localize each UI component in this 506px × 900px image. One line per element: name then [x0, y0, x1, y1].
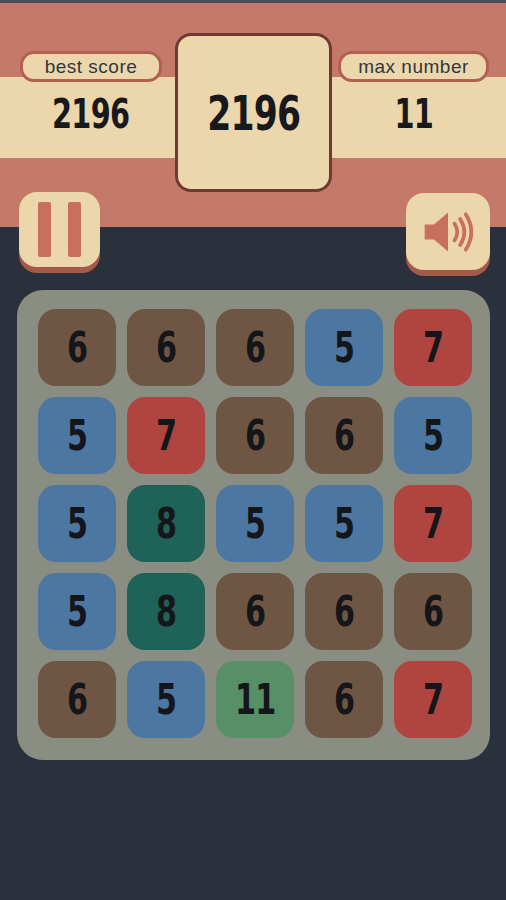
board-grid: 66657576655855758666651167	[38, 309, 472, 738]
tile-r4c4[interactable]: 6	[305, 573, 383, 650]
tile-value: 5	[67, 587, 87, 636]
max-number-value: 11	[387, 94, 441, 134]
tile-value: 6	[334, 411, 354, 460]
tile-value: 7	[423, 323, 443, 372]
sound-button[interactable]	[406, 193, 490, 270]
tile-value: 6	[334, 675, 354, 724]
board: 66657576655855758666651167	[17, 290, 490, 760]
tile-value: 6	[67, 675, 87, 724]
tile-r4c1[interactable]: 5	[38, 573, 116, 650]
tile-r4c3[interactable]: 6	[216, 573, 294, 650]
tile-r2c4[interactable]: 6	[305, 397, 383, 474]
tile-r1c2[interactable]: 6	[127, 309, 205, 386]
tile-value: 7	[423, 675, 443, 724]
tile-value: 5	[156, 675, 176, 724]
tile-r5c4[interactable]: 6	[305, 661, 383, 738]
tile-r2c5[interactable]: 5	[394, 397, 472, 474]
tile-r3c2[interactable]: 8	[127, 485, 205, 562]
tile-r5c5[interactable]: 7	[394, 661, 472, 738]
tile-value: 5	[334, 499, 354, 548]
current-score-card: 2196	[175, 33, 332, 192]
pause-icon	[38, 202, 81, 257]
max-number-block: max number 11	[338, 51, 489, 134]
tile-value: 6	[156, 323, 176, 372]
tile-value: 6	[334, 587, 354, 636]
tile-value: 7	[423, 499, 443, 548]
tile-r3c3[interactable]: 5	[216, 485, 294, 562]
tile-r4c5[interactable]: 6	[394, 573, 472, 650]
tile-r2c2[interactable]: 7	[127, 397, 205, 474]
tile-value: 5	[67, 411, 87, 460]
tile-value: 6	[423, 587, 443, 636]
best-score-pill: best score	[20, 51, 162, 82]
tile-value: 5	[245, 499, 265, 548]
tile-value: 6	[245, 587, 265, 636]
tile-r3c1[interactable]: 5	[38, 485, 116, 562]
pause-button[interactable]	[19, 192, 100, 267]
tile-value: 7	[156, 411, 176, 460]
best-score-block: best score 2196	[20, 51, 162, 134]
tile-r5c1[interactable]: 6	[38, 661, 116, 738]
tile-value: 6	[67, 323, 87, 372]
tile-r1c3[interactable]: 6	[216, 309, 294, 386]
tile-value: 8	[156, 499, 176, 548]
current-score-value: 2196	[207, 85, 300, 141]
tile-value: 5	[334, 323, 354, 372]
best-score-value: 2196	[37, 94, 144, 134]
tile-r1c1[interactable]: 6	[38, 309, 116, 386]
speaker-on-icon	[420, 207, 476, 257]
tile-value: 11	[235, 675, 276, 724]
tile-r2c3[interactable]: 6	[216, 397, 294, 474]
tile-r3c4[interactable]: 5	[305, 485, 383, 562]
max-number-pill: max number	[338, 51, 489, 82]
max-number-label: max number	[358, 56, 469, 78]
tile-value: 6	[245, 411, 265, 460]
tile-r1c5[interactable]: 7	[394, 309, 472, 386]
tile-r2c1[interactable]: 5	[38, 397, 116, 474]
best-score-label: best score	[45, 56, 138, 78]
tile-value: 5	[67, 499, 87, 548]
tile-r5c2[interactable]: 5	[127, 661, 205, 738]
tile-value: 6	[245, 323, 265, 372]
tile-r4c2[interactable]: 8	[127, 573, 205, 650]
game-screen: best score 2196 2196 max number 11 66657…	[0, 0, 506, 900]
tile-value: 8	[156, 587, 176, 636]
tile-value: 5	[423, 411, 443, 460]
tile-r1c4[interactable]: 5	[305, 309, 383, 386]
tile-r3c5[interactable]: 7	[394, 485, 472, 562]
tile-r5c3[interactable]: 11	[216, 661, 294, 738]
